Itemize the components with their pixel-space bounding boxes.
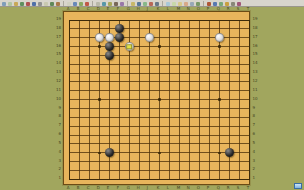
coord-label: 13 <box>253 70 258 74</box>
coord-label: 10 <box>51 97 61 101</box>
coord-label: 1 <box>253 176 256 180</box>
coord-label: L <box>167 7 169 11</box>
coord-label: 12 <box>253 79 258 83</box>
toolbar-icon[interactable] <box>184 2 188 6</box>
toolbar-icon[interactable] <box>44 2 48 6</box>
coord-label: 9 <box>51 106 61 110</box>
coord-label: T <box>247 186 249 190</box>
star-point <box>98 45 100 47</box>
toolbar-icon[interactable] <box>50 2 54 6</box>
toolbar <box>0 0 304 7</box>
toolbar-separator <box>203 1 204 6</box>
coord-label: J <box>147 186 148 190</box>
star-point <box>218 98 220 100</box>
toolbar-icon[interactable] <box>137 2 141 6</box>
toolbar-icon[interactable] <box>108 2 112 6</box>
coord-label: M <box>177 7 180 11</box>
coord-label: 17 <box>253 35 258 39</box>
coord-label: D <box>97 7 100 11</box>
toolbar-icon[interactable] <box>67 2 71 6</box>
coord-label: A <box>67 186 70 190</box>
toolbar-icon[interactable] <box>79 2 83 6</box>
coord-label: 7 <box>51 123 61 127</box>
stone-white-g16[interactable] <box>125 42 134 51</box>
coord-label: K <box>157 7 160 11</box>
coord-label: 3 <box>51 159 61 163</box>
coord-label: 13 <box>51 70 61 74</box>
coord-label: M <box>177 186 180 190</box>
coord-label: 3 <box>253 159 256 163</box>
coord-label: 18 <box>253 26 258 30</box>
coord-label: 2 <box>51 167 61 171</box>
coord-label: 19 <box>51 17 61 21</box>
coord-label: C <box>87 7 90 11</box>
coord-label: 16 <box>51 44 61 48</box>
coord-label: H <box>137 7 140 11</box>
star-point <box>218 45 220 47</box>
coord-label: N <box>187 186 190 190</box>
coord-label: 14 <box>51 61 61 65</box>
coord-label: O <box>197 186 200 190</box>
coord-label: 15 <box>253 52 258 56</box>
coord-label: 2 <box>253 167 256 171</box>
toolbar-icon[interactable] <box>149 2 153 6</box>
last-move-marker <box>128 45 132 48</box>
coord-label: 10 <box>253 97 258 101</box>
toolbar-icon[interactable] <box>155 2 159 6</box>
toolbar-icon[interactable] <box>120 2 124 6</box>
coord-label: E <box>107 186 110 190</box>
coord-label: P <box>207 186 209 190</box>
toolbar-icon[interactable] <box>2 2 6 6</box>
toolbar-icon[interactable] <box>102 2 106 6</box>
coord-label: T <box>247 7 249 11</box>
coord-label: 17 <box>51 35 61 39</box>
toolbar-icon[interactable] <box>131 2 135 6</box>
coord-label: E <box>107 7 110 11</box>
star-point <box>158 45 160 47</box>
toolbar-icon[interactable] <box>219 2 223 6</box>
toolbar-icon[interactable] <box>20 2 24 6</box>
coord-label: 9 <box>253 106 256 110</box>
coord-label: R <box>227 7 230 11</box>
coord-label: 8 <box>51 114 61 118</box>
coord-label: 4 <box>253 150 256 154</box>
coord-label: 15 <box>51 52 61 56</box>
toolbar-icon[interactable] <box>213 2 217 6</box>
coord-label: 16 <box>253 44 258 48</box>
coord-label: L <box>167 186 169 190</box>
toolbar-separator <box>162 1 163 6</box>
coord-label: S <box>237 186 240 190</box>
toolbar-icon[interactable] <box>85 2 89 6</box>
taskbar-window-icon[interactable] <box>294 183 302 189</box>
coord-label: F <box>117 7 119 11</box>
coord-label: 11 <box>51 88 61 92</box>
app-window: AABBCCDDEEFFGGHHJJKKLLMMNNOOPPQQRRSSTT19… <box>0 0 304 190</box>
coord-label: 19 <box>253 17 258 21</box>
toolbar-icon[interactable] <box>231 2 235 6</box>
coord-label: 18 <box>51 26 61 30</box>
coord-label: 4 <box>51 150 61 154</box>
toolbar-icon[interactable] <box>178 2 182 6</box>
star-point <box>158 98 160 100</box>
coord-label: Q <box>217 186 220 190</box>
coord-label: S <box>237 7 240 11</box>
coord-label: B <box>77 7 80 11</box>
toolbar-separator <box>92 1 93 6</box>
coord-label: Q <box>217 7 220 11</box>
coord-label: 14 <box>253 61 258 65</box>
toolbar-icon[interactable] <box>143 2 147 6</box>
coord-label: G <box>127 186 130 190</box>
toolbar-icon[interactable] <box>73 2 77 6</box>
coord-label: K <box>157 186 160 190</box>
coord-label: 12 <box>51 79 61 83</box>
toolbar-icon[interactable] <box>96 2 100 6</box>
toolbar-icon[interactable] <box>207 2 211 6</box>
toolbar-icon[interactable] <box>26 2 30 6</box>
toolbar-icon[interactable] <box>56 2 60 6</box>
coord-label: P <box>207 7 209 11</box>
toolbar-separator <box>63 1 64 6</box>
star-point <box>218 152 220 154</box>
coord-label: R <box>227 186 230 190</box>
toolbar-icon[interactable] <box>172 2 176 6</box>
coord-label: H <box>137 186 140 190</box>
coord-label: J <box>147 7 148 11</box>
toolbar-icon[interactable] <box>14 2 18 6</box>
stone-black-e15[interactable] <box>105 51 114 60</box>
coord-label: 1 <box>51 176 61 180</box>
toolbar-icon[interactable] <box>38 2 42 6</box>
coord-label: 6 <box>253 132 256 136</box>
coord-label: A <box>67 7 70 11</box>
coord-label: 5 <box>253 141 256 145</box>
coord-label: G <box>127 7 130 11</box>
coord-label: B <box>77 186 80 190</box>
star-point <box>158 152 160 154</box>
toolbar-icon[interactable] <box>225 2 229 6</box>
toolbar-icon[interactable] <box>8 2 12 6</box>
coord-label: 7 <box>253 123 256 127</box>
toolbar-icon[interactable] <box>32 2 36 6</box>
coord-label: 11 <box>253 88 258 92</box>
toolbar-icon[interactable] <box>166 2 170 6</box>
coord-label: O <box>197 7 200 11</box>
star-point <box>98 98 100 100</box>
stone-black-e16[interactable] <box>105 42 114 51</box>
toolbar-icon[interactable] <box>190 2 194 6</box>
go-board[interactable] <box>63 11 250 185</box>
coord-label: 6 <box>51 132 61 136</box>
coord-label: D <box>97 186 100 190</box>
coord-label: 8 <box>253 114 256 118</box>
toolbar-icon[interactable] <box>196 2 200 6</box>
coord-label: 5 <box>51 141 61 145</box>
star-point <box>98 152 100 154</box>
toolbar-icons <box>2 1 241 6</box>
coord-label: F <box>117 186 119 190</box>
toolbar-icon[interactable] <box>114 2 118 6</box>
coord-label: N <box>187 7 190 11</box>
coord-label: C <box>87 186 90 190</box>
toolbar-icon[interactable] <box>237 2 241 6</box>
